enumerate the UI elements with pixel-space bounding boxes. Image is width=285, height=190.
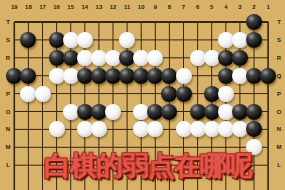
right-row-label-T: T xyxy=(273,18,285,26)
black-stone-2O[interactable] xyxy=(246,104,262,120)
column-label-18: 18 xyxy=(22,3,34,11)
black-stone-3R[interactable] xyxy=(232,50,248,66)
column-label-15: 15 xyxy=(65,3,77,11)
left-row-label-T: T xyxy=(2,18,14,26)
white-stone-11S[interactable] xyxy=(119,32,135,48)
right-row-label-O: O xyxy=(273,108,285,116)
column-label-14: 14 xyxy=(79,3,91,11)
column-label-17: 17 xyxy=(37,3,49,11)
white-stone-4P[interactable] xyxy=(218,86,234,102)
right-row-label-S: S xyxy=(273,36,285,44)
column-label-12: 12 xyxy=(107,3,119,11)
white-stone-16N[interactable] xyxy=(49,121,65,137)
column-label-4: 4 xyxy=(220,3,232,11)
right-row-label-M: M xyxy=(273,143,285,151)
column-label-1: 1 xyxy=(262,3,274,11)
column-label-3: 3 xyxy=(234,3,246,11)
black-stone-8Q[interactable] xyxy=(161,68,177,84)
black-stone-8P[interactable] xyxy=(161,86,177,102)
column-label-2: 2 xyxy=(248,3,260,11)
black-stone-18Q[interactable] xyxy=(20,68,36,84)
black-stone-2T[interactable] xyxy=(246,14,262,30)
left-row-label-R: R xyxy=(2,54,14,62)
right-row-label-P: P xyxy=(273,90,285,98)
right-row-label-R: R xyxy=(273,54,285,62)
white-stone-14S[interactable] xyxy=(77,32,93,48)
left-row-label-N: N xyxy=(2,125,14,133)
column-label-8: 8 xyxy=(163,3,175,11)
left-row-label-P: P xyxy=(2,90,14,98)
right-row-label-N: N xyxy=(273,125,285,133)
black-stone-7P[interactable] xyxy=(176,86,192,102)
column-label-16: 16 xyxy=(51,3,63,11)
left-row-label-L: L xyxy=(2,161,14,169)
column-label-10: 10 xyxy=(135,3,147,11)
left-row-label-S: S xyxy=(2,36,14,44)
white-stone-7Q[interactable] xyxy=(176,68,192,84)
column-label-19: 19 xyxy=(8,3,20,11)
white-stone-17P[interactable] xyxy=(35,86,51,102)
white-stone-12O[interactable] xyxy=(105,104,121,120)
go-board[interactable]: 19181716151413121110987654321TTSSRRQQPPO… xyxy=(0,0,285,190)
column-label-7: 7 xyxy=(178,3,190,11)
black-stone-8O[interactable] xyxy=(161,104,177,120)
column-label-11: 11 xyxy=(121,3,133,11)
column-label-6: 6 xyxy=(192,3,204,11)
left-row-label-M: M xyxy=(2,143,14,151)
black-stone-2S[interactable] xyxy=(246,32,262,48)
column-label-5: 5 xyxy=(206,3,218,11)
left-row-label-O: O xyxy=(2,108,14,116)
white-stone-9R[interactable] xyxy=(147,50,163,66)
column-label-13: 13 xyxy=(93,3,105,11)
white-stone-18P[interactable] xyxy=(20,86,36,102)
black-stone-1Q[interactable] xyxy=(260,68,276,84)
caption-text: 白棋的弱点在哪呢 xyxy=(44,148,252,184)
column-label-9: 9 xyxy=(149,3,161,11)
right-row-label-L: L xyxy=(273,161,285,169)
